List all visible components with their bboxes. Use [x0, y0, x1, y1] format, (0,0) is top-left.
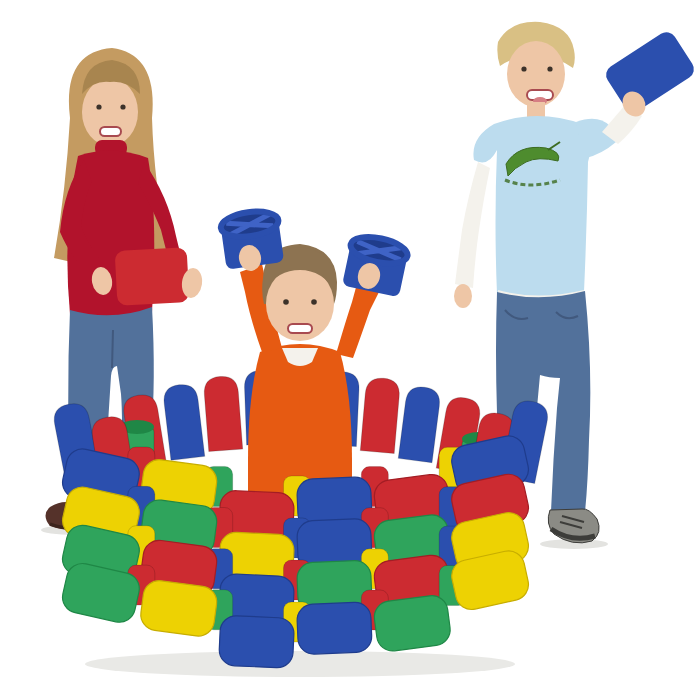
toddler-blue-cylinder-right: [342, 232, 410, 297]
boy-neck: [527, 102, 545, 118]
boy-forearm-sleeve-left: [455, 162, 490, 288]
toddler-figure: [219, 208, 410, 505]
boy-tshirt: [473, 116, 592, 298]
foam-block-back-rim: [360, 377, 400, 454]
wall-floor-shadow: [85, 651, 515, 677]
girl-smile: [100, 127, 121, 136]
foam-block-back-rim: [398, 385, 441, 463]
toddler-smile: [288, 324, 312, 333]
photo-stage: [0, 0, 700, 700]
foam-block-back-rim: [203, 375, 243, 451]
foam-block-course: [372, 594, 452, 653]
girl-jeans-seam: [112, 330, 113, 368]
toddler-eye-left: [283, 299, 289, 305]
foam-block-course: [139, 579, 219, 638]
girl-eye-left: [96, 104, 101, 109]
foam-block-back-rim: [162, 383, 205, 461]
girl-eye-right: [120, 104, 125, 109]
foam-block-course: [296, 602, 372, 655]
toddler-eye-right: [311, 299, 317, 305]
boy-eye-left: [521, 66, 526, 71]
boy-hand-left: [454, 284, 472, 308]
scene-svg: [0, 0, 700, 700]
girl-held-red-block: [115, 247, 190, 306]
boy-eye-right: [547, 66, 552, 71]
boy-held-blue-block: [602, 28, 697, 115]
foam-block-course: [219, 615, 295, 668]
